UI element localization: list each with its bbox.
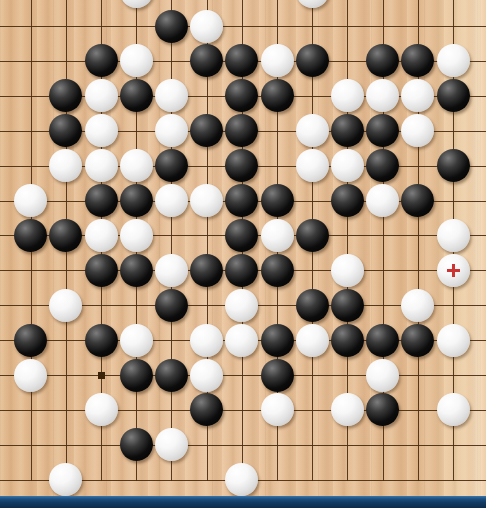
white-stone bbox=[85, 114, 118, 147]
black-stone bbox=[120, 254, 153, 287]
black-stone bbox=[155, 289, 188, 322]
white-stone bbox=[190, 10, 223, 43]
black-stone bbox=[49, 219, 82, 252]
grid-hline bbox=[0, 445, 486, 446]
black-stone bbox=[296, 289, 329, 322]
black-stone bbox=[155, 10, 188, 43]
white-stone bbox=[437, 44, 470, 77]
black-stone bbox=[120, 79, 153, 112]
wood-edge-highlight bbox=[469, 0, 486, 496]
black-stone bbox=[296, 44, 329, 77]
white-stone bbox=[155, 79, 188, 112]
black-stone bbox=[401, 324, 434, 357]
white-stone bbox=[401, 289, 434, 322]
last-move-cross-marker bbox=[447, 264, 460, 277]
white-stone bbox=[296, 114, 329, 147]
white-stone bbox=[261, 393, 294, 426]
black-stone bbox=[85, 44, 118, 77]
white-stone bbox=[190, 184, 223, 217]
black-stone bbox=[331, 289, 364, 322]
white-stone bbox=[120, 219, 153, 252]
black-stone bbox=[296, 219, 329, 252]
white-stone bbox=[85, 219, 118, 252]
black-stone bbox=[331, 324, 364, 357]
white-stone bbox=[155, 428, 188, 461]
grid-hline bbox=[0, 410, 486, 411]
black-stone bbox=[120, 184, 153, 217]
black-stone bbox=[155, 359, 188, 392]
black-stone bbox=[85, 184, 118, 217]
black-stone bbox=[437, 149, 470, 182]
white-stone bbox=[296, 324, 329, 357]
black-stone bbox=[225, 254, 258, 287]
go-board-screenshot bbox=[0, 0, 486, 508]
black-stone bbox=[331, 184, 364, 217]
white-stone bbox=[331, 79, 364, 112]
grid-hline bbox=[0, 375, 486, 376]
black-stone bbox=[261, 359, 294, 392]
black-stone bbox=[366, 149, 399, 182]
white-stone bbox=[120, 149, 153, 182]
black-stone bbox=[261, 254, 294, 287]
white-stone bbox=[261, 219, 294, 252]
white-stone bbox=[190, 324, 223, 357]
black-stone bbox=[437, 79, 470, 112]
black-stone bbox=[85, 324, 118, 357]
white-stone bbox=[225, 289, 258, 322]
white-stone bbox=[85, 79, 118, 112]
black-stone bbox=[366, 324, 399, 357]
white-stone bbox=[120, 44, 153, 77]
black-stone bbox=[261, 324, 294, 357]
white-stone bbox=[190, 359, 223, 392]
white-stone bbox=[85, 149, 118, 182]
black-stone bbox=[261, 79, 294, 112]
black-stone bbox=[14, 324, 47, 357]
white-stone bbox=[155, 254, 188, 287]
window-edge-strip bbox=[0, 496, 486, 508]
black-stone bbox=[225, 219, 258, 252]
white-stone bbox=[437, 393, 470, 426]
white-stone bbox=[155, 184, 188, 217]
black-stone bbox=[155, 149, 188, 182]
black-stone bbox=[261, 184, 294, 217]
white-stone bbox=[331, 149, 364, 182]
hoshi-point bbox=[98, 372, 105, 379]
white-stone bbox=[366, 359, 399, 392]
black-stone bbox=[190, 254, 223, 287]
black-stone bbox=[120, 359, 153, 392]
white-stone bbox=[331, 254, 364, 287]
white-stone bbox=[14, 184, 47, 217]
black-stone bbox=[331, 114, 364, 147]
white-stone bbox=[296, 149, 329, 182]
white-stone bbox=[261, 44, 294, 77]
white-stone bbox=[155, 114, 188, 147]
black-stone bbox=[120, 428, 153, 461]
white-stone bbox=[225, 324, 258, 357]
white-stone bbox=[14, 359, 47, 392]
grid-hline bbox=[0, 26, 486, 27]
white-stone bbox=[437, 324, 470, 357]
grid-vline bbox=[171, 0, 172, 481]
white-stone bbox=[437, 219, 470, 252]
black-stone bbox=[14, 219, 47, 252]
white-stone bbox=[120, 324, 153, 357]
black-stone bbox=[85, 254, 118, 287]
white-stone bbox=[49, 289, 82, 322]
white-stone bbox=[366, 184, 399, 217]
white-stone bbox=[85, 393, 118, 426]
